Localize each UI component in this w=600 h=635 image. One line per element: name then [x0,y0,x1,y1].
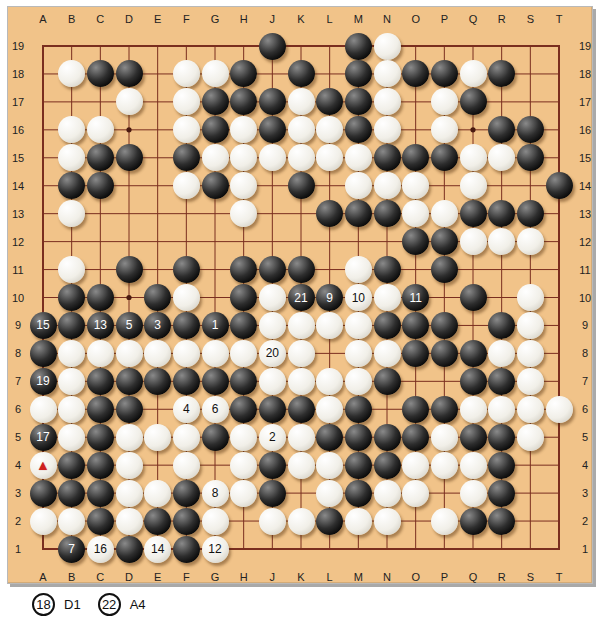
black-stone-F11 [173,256,200,283]
move-number-label: 1 [212,319,219,331]
white-stone-R8 [488,340,515,367]
black-stone-J6 [259,396,286,423]
white-stone-N14 [374,172,401,199]
black-stone-C2 [87,508,114,535]
white-stone-E5 [144,424,171,451]
black-stone-E10 [144,284,171,311]
black-stone-H11 [230,256,257,283]
white-stone-P17 [431,88,458,115]
black-stone-N7 [374,368,401,395]
black-stone-J11 [259,256,286,283]
white-stone-O3 [402,480,429,507]
black-stone-Q10 [460,284,487,311]
black-stone-B9 [58,312,85,339]
white-stone-B6 [58,396,85,423]
column-label-bottom-D: D [125,571,133,583]
black-stone-O6 [402,396,429,423]
column-label-top-O: O [411,13,420,25]
column-label-bottom-M: M [354,571,363,583]
black-stone-C6 [87,396,114,423]
white-stone-J7 [259,368,286,395]
column-label-top-K: K [297,13,304,25]
column-label-top-F: F [183,13,190,25]
column-label-top-A: A [39,13,46,25]
black-stone-Q8 [460,340,487,367]
row-label-left-3: 3 [15,487,21,499]
black-stone-J3 [259,480,286,507]
black-stone-D9: 5 [116,312,143,339]
white-stone-J2 [259,508,286,535]
move-number-label: 14 [151,543,164,555]
move-caption: 18 D1 22 A4 [32,590,154,618]
row-label-left-6: 6 [15,403,21,415]
black-stone-E7 [144,368,171,395]
black-stone-M4 [345,452,372,479]
move-number-label: 3 [154,319,161,331]
black-stone-E2 [144,508,171,535]
white-stone-J9 [259,312,286,339]
black-stone-D6 [116,396,143,423]
black-stone-G9: 1 [202,312,229,339]
caption-circled-move-22: 22 [98,593,121,616]
white-stone-E3 [144,480,171,507]
row-label-right-19: 19 [579,40,591,52]
black-stone-N9 [374,312,401,339]
column-label-bottom-K: K [297,571,304,583]
white-stone-P4 [431,452,458,479]
black-stone-S16 [517,116,544,143]
white-stone-S10 [517,284,544,311]
row-label-left-8: 8 [15,347,21,359]
white-stone-M14 [345,172,372,199]
row-label-right-8: 8 [582,347,588,359]
black-stone-M5 [345,424,372,451]
white-stone-H4 [230,452,257,479]
white-stone-K9 [288,312,315,339]
move-number-label: 9 [326,292,333,304]
column-label-bottom-E: E [154,571,161,583]
black-stone-M13 [345,200,372,227]
white-stone-F8 [173,340,200,367]
white-stone-J8: 20 [259,340,286,367]
column-label-top-D: D [125,13,133,25]
white-stone-F6: 4 [173,396,200,423]
black-stone-C15 [87,144,114,171]
black-stone-D18 [116,60,143,87]
black-stone-N13 [374,200,401,227]
white-stone-B11 [58,256,85,283]
column-label-bottom-S: S [527,571,534,583]
black-stone-F9 [173,312,200,339]
move-number-label: 8 [212,487,219,499]
black-stone-B4 [58,452,85,479]
black-stone-K10: 21 [288,284,315,311]
row-label-left-17: 17 [12,96,24,108]
black-stone-K11 [288,256,315,283]
move-number-label: 2 [269,431,276,443]
black-stone-T14 [546,172,573,199]
row-label-right-4: 4 [582,459,588,471]
black-stone-D15 [116,144,143,171]
black-stone-Q17 [460,88,487,115]
black-stone-B3 [58,480,85,507]
black-stone-P8 [431,340,458,367]
row-label-left-13: 13 [12,208,24,220]
black-stone-H6 [230,396,257,423]
row-label-right-3: 3 [582,487,588,499]
white-stone-Q3 [460,480,487,507]
row-label-right-5: 5 [582,431,588,443]
move-number-label: 10 [352,292,365,304]
white-stone-M10: 10 [345,284,372,311]
white-stone-K8 [288,340,315,367]
column-label-bottom-F: F [183,571,190,583]
white-stone-Q12 [460,228,487,255]
black-stone-L10: 9 [316,284,343,311]
black-stone-F7 [173,368,200,395]
white-stone-D3 [116,480,143,507]
white-stone-F4 [173,452,200,479]
column-label-bottom-G: G [211,571,220,583]
row-label-left-15: 15 [12,152,24,164]
black-stone-A7: 19 [30,368,57,395]
white-stone-M11 [345,256,372,283]
black-stone-P12 [431,228,458,255]
row-label-left-2: 2 [15,515,21,527]
white-stone-N8 [374,340,401,367]
white-stone-G1: 12 [202,536,229,563]
black-stone-P11 [431,256,458,283]
row-label-left-11: 11 [12,264,23,276]
white-stone-P13 [431,200,458,227]
white-stone-D2 [116,508,143,535]
white-stone-S12 [517,228,544,255]
white-stone-G3: 8 [202,480,229,507]
white-stone-H8 [230,340,257,367]
white-stone-C1: 16 [87,536,114,563]
triangle-marker-icon: ▲ [36,458,50,472]
white-stone-B2 [58,508,85,535]
black-stone-A9: 15 [30,312,57,339]
white-stone-N3 [374,480,401,507]
row-label-right-17: 17 [579,96,591,108]
white-stone-O4 [402,452,429,479]
white-stone-G2 [202,508,229,535]
black-stone-B10 [58,284,85,311]
white-stone-G6: 6 [202,396,229,423]
column-label-top-G: G [211,13,220,25]
white-stone-Q4 [460,452,487,479]
black-stone-F15 [173,144,200,171]
black-stone-O5 [402,424,429,451]
white-stone-P5 [431,424,458,451]
column-label-bottom-T: T [556,571,563,583]
white-stone-L3 [316,480,343,507]
black-stone-N5 [374,424,401,451]
white-stone-S5 [517,424,544,451]
move-number-label: 7 [68,543,75,555]
caption-location-18: D1 [64,597,81,612]
black-stone-M16 [345,116,372,143]
column-label-top-B: B [68,13,75,25]
white-stone-A4: ▲ [30,452,57,479]
white-stone-B5 [58,424,85,451]
white-stone-F14 [173,172,200,199]
go-board: 21910111513531201946172▲87161412 AABBCCD… [7,6,593,584]
white-stone-M7 [345,368,372,395]
column-label-top-R: R [498,13,506,25]
black-stone-R4 [488,452,515,479]
white-stone-N2 [374,508,401,535]
white-stone-A6 [30,396,57,423]
white-stone-N16 [374,116,401,143]
black-stone-C9: 13 [87,312,114,339]
black-stone-K6 [288,396,315,423]
move-number-label: 17 [36,431,49,443]
move-number-label: 12 [208,543,221,555]
black-stone-P15 [431,144,458,171]
row-label-left-7: 7 [15,375,21,387]
row-label-left-5: 5 [15,431,21,443]
column-label-bottom-L: L [327,571,333,583]
black-stone-R3 [488,480,515,507]
white-stone-T6 [546,396,573,423]
move-number-label: 5 [126,319,133,331]
black-stone-C14 [87,172,114,199]
black-stone-G5 [202,424,229,451]
white-stone-P2 [431,508,458,535]
black-stone-D1 [116,536,143,563]
black-stone-D7 [116,368,143,395]
white-stone-L4 [316,452,343,479]
black-stone-G17 [202,88,229,115]
black-stone-L2 [316,508,343,535]
black-stone-Q7 [460,368,487,395]
white-stone-F10 [173,284,200,311]
black-stone-P9 [431,312,458,339]
black-stone-N11 [374,256,401,283]
white-stone-G18 [202,60,229,87]
black-stone-J16 [259,116,286,143]
move-number-label: 11 [409,292,421,304]
white-stone-S9 [517,312,544,339]
white-stone-K16 [288,116,315,143]
column-label-bottom-Q: Q [469,571,478,583]
row-label-left-10: 10 [12,292,24,304]
move-number-label: 15 [36,319,49,331]
black-stone-M19 [345,33,372,60]
move-number-label: 21 [294,292,307,304]
black-stone-R5 [488,424,515,451]
move-number-label: 16 [94,543,107,555]
white-stone-M15 [345,144,372,171]
column-label-top-C: C [96,13,104,25]
black-stone-M3 [345,480,372,507]
caption-circled-move-18: 18 [32,593,55,616]
black-stone-R9 [488,312,515,339]
black-stone-H9 [230,312,257,339]
column-label-bottom-A: A [39,571,46,583]
row-label-left-16: 16 [12,124,24,136]
black-stone-N15 [374,144,401,171]
black-stone-A5: 17 [30,424,57,451]
black-stone-F3 [173,480,200,507]
black-stone-C7 [87,368,114,395]
white-stone-G8 [202,340,229,367]
white-stone-K2 [288,508,315,535]
row-label-left-19: 19 [12,40,24,52]
move-number-label: 13 [94,319,107,331]
black-stone-C4 [87,452,114,479]
white-stone-Q18 [460,60,487,87]
white-stone-H3 [230,480,257,507]
white-stone-L6 [316,396,343,423]
white-stone-S8 [517,340,544,367]
black-stone-G14 [202,172,229,199]
column-label-bottom-R: R [498,571,506,583]
row-label-right-6: 6 [582,403,588,415]
row-label-right-14: 14 [579,180,591,192]
white-stone-N19 [374,33,401,60]
white-stone-M2 [345,508,372,535]
black-stone-K18 [288,60,315,87]
white-stone-K4 [288,452,315,479]
white-stone-S6 [517,396,544,423]
black-stone-L5 [316,424,343,451]
white-stone-A2 [30,508,57,535]
white-stone-E1: 14 [144,536,171,563]
black-stone-C3 [87,480,114,507]
white-stone-B7 [58,368,85,395]
white-stone-D17 [116,88,143,115]
column-label-top-M: M [354,13,363,25]
column-label-bottom-P: P [441,571,448,583]
black-stone-Q2 [460,508,487,535]
white-stone-Q6 [460,396,487,423]
white-stone-K7 [288,368,315,395]
black-stone-M6 [345,396,372,423]
black-stone-E9: 3 [144,312,171,339]
row-label-right-10: 10 [579,292,591,304]
black-stone-Q13 [460,200,487,227]
black-stone-O8 [402,340,429,367]
row-label-right-2: 2 [582,515,588,527]
black-stone-S15 [517,144,544,171]
white-stone-C8 [87,340,114,367]
column-label-top-N: N [383,13,391,25]
black-stone-K14 [288,172,315,199]
black-stone-J17 [259,88,286,115]
white-stone-D8 [116,340,143,367]
black-stone-C10 [87,284,114,311]
white-stone-S7 [517,368,544,395]
black-stone-A8 [30,340,57,367]
row-label-right-7: 7 [582,375,588,387]
white-stone-C16 [87,116,114,143]
row-label-right-9: 9 [582,319,588,331]
white-stone-H5 [230,424,257,451]
white-stone-M8 [345,340,372,367]
move-number-label: 19 [36,375,49,387]
row-label-right-16: 16 [579,124,591,136]
black-stone-C5 [87,424,114,451]
white-stone-D4 [116,452,143,479]
column-label-bottom-C: C [96,571,104,583]
white-stone-G15 [202,144,229,171]
column-label-top-S: S [527,13,534,25]
column-label-top-E: E [154,13,161,25]
row-label-left-4: 4 [15,459,21,471]
black-stone-H10 [230,284,257,311]
black-stone-R2 [488,508,515,535]
row-label-right-11: 11 [579,264,590,276]
white-stone-Q15 [460,144,487,171]
column-label-bottom-H: H [240,571,248,583]
white-stone-Q14 [460,172,487,199]
white-stone-N18 [374,60,401,87]
row-label-right-15: 15 [579,152,591,164]
black-stone-S13 [517,200,544,227]
column-label-top-T: T [556,13,563,25]
black-stone-G7 [202,368,229,395]
white-stone-F17 [173,88,200,115]
column-label-bottom-J: J [270,571,276,583]
column-label-top-H: H [240,13,248,25]
row-label-right-1: 1 [582,543,588,555]
column-label-top-P: P [441,13,448,25]
white-stone-J10 [259,284,286,311]
column-label-bottom-B: B [68,571,75,583]
black-stone-B1: 7 [58,536,85,563]
row-label-right-12: 12 [579,236,591,248]
white-stone-M9 [345,312,372,339]
white-stone-E8 [144,340,171,367]
black-stone-F1 [173,536,200,563]
black-stone-H7 [230,368,257,395]
white-stone-N10 [374,284,401,311]
column-label-top-L: L [327,13,333,25]
white-stone-P16 [431,116,458,143]
black-stone-J4 [259,452,286,479]
white-stone-R6 [488,396,515,423]
black-stone-D11 [116,256,143,283]
column-label-top-J: J [270,13,276,25]
move-number-label: 6 [212,403,219,415]
white-stone-L7 [316,368,343,395]
move-number-label: 20 [266,347,279,359]
black-stone-M17 [345,88,372,115]
row-label-left-18: 18 [12,68,24,80]
row-label-right-13: 13 [579,208,591,220]
white-stone-N17 [374,88,401,115]
white-stone-F16 [173,116,200,143]
black-stone-A3 [30,480,57,507]
white-stone-K15 [288,144,315,171]
white-stone-K17 [288,88,315,115]
black-stone-Q5 [460,424,487,451]
black-stone-P6 [431,396,458,423]
white-stone-D5 [116,424,143,451]
white-stone-F5 [173,424,200,451]
row-label-left-9: 9 [15,319,21,331]
white-stone-J15 [259,144,286,171]
white-stone-J5: 2 [259,424,286,451]
black-stone-F2 [173,508,200,535]
black-stone-R7 [488,368,515,395]
black-stone-J19 [259,33,286,60]
black-stone-G16 [202,116,229,143]
black-stone-N4 [374,452,401,479]
